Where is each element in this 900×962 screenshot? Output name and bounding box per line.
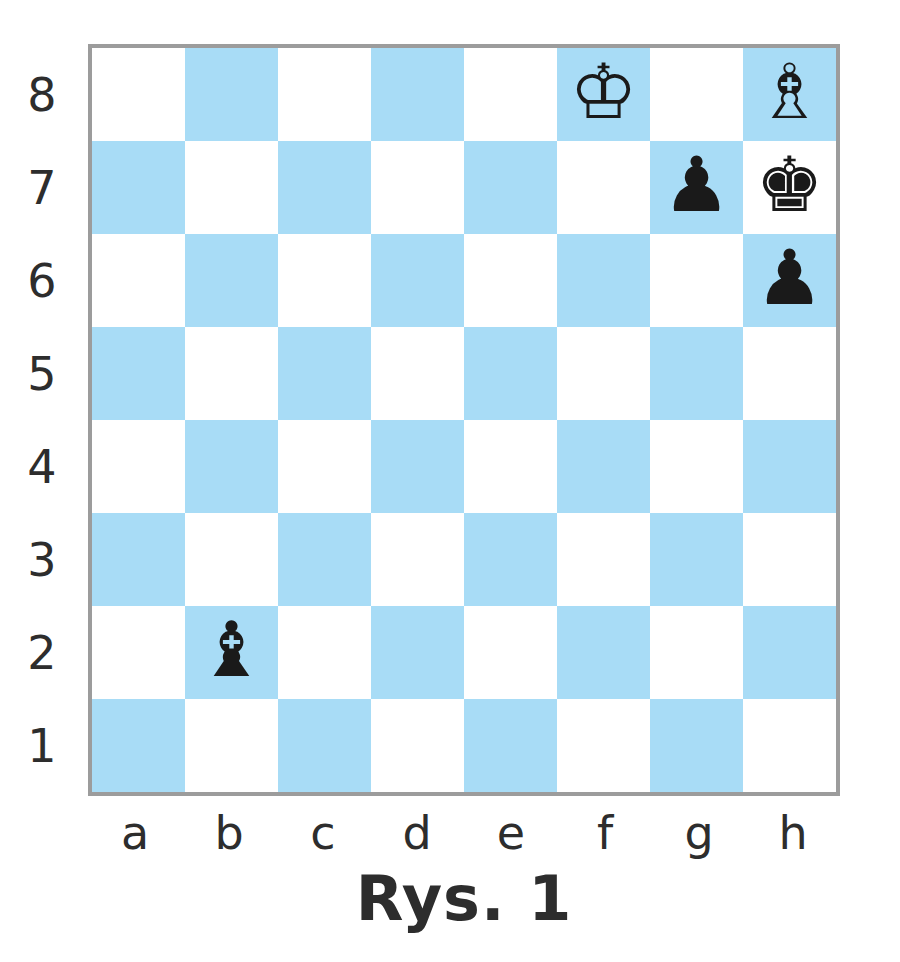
square-b5[interactable]: [185, 327, 278, 420]
square-b1[interactable]: [185, 699, 278, 792]
square-c2[interactable]: [278, 606, 371, 699]
square-c1[interactable]: [278, 699, 371, 792]
square-d4[interactable]: [371, 420, 464, 513]
square-f1[interactable]: [557, 699, 650, 792]
square-g1[interactable]: [650, 699, 743, 792]
chess-board: ♔♗♟♚♟♝: [88, 44, 840, 796]
square-e4[interactable]: [464, 420, 557, 513]
square-f8[interactable]: ♔: [557, 48, 650, 141]
square-a2[interactable]: [92, 606, 185, 699]
square-b3[interactable]: [185, 513, 278, 606]
square-a4[interactable]: [92, 420, 185, 513]
square-b8[interactable]: [185, 48, 278, 141]
square-h8[interactable]: ♗: [743, 48, 836, 141]
rank-label-2: 2: [4, 606, 80, 699]
square-e2[interactable]: [464, 606, 557, 699]
square-c7[interactable]: [278, 141, 371, 234]
square-e5[interactable]: [464, 327, 557, 420]
black-pawn-piece-g7: ♟: [662, 147, 730, 223]
square-g7[interactable]: ♟: [650, 141, 743, 234]
square-e6[interactable]: [464, 234, 557, 327]
square-f4[interactable]: [557, 420, 650, 513]
rank-label-4: 4: [4, 420, 80, 513]
square-b6[interactable]: [185, 234, 278, 327]
square-h1[interactable]: [743, 699, 836, 792]
square-d7[interactable]: [371, 141, 464, 234]
square-c3[interactable]: [278, 513, 371, 606]
figure-caption: Rys. 1: [88, 862, 840, 935]
rank-label-1: 1: [4, 699, 80, 792]
rank-label-8: 8: [4, 48, 80, 141]
square-f7[interactable]: [557, 141, 650, 234]
square-f3[interactable]: [557, 513, 650, 606]
square-e7[interactable]: [464, 141, 557, 234]
square-g3[interactable]: [650, 513, 743, 606]
file-label-g: g: [652, 802, 746, 864]
rank-label-5: 5: [4, 327, 80, 420]
file-labels: abcdefgh: [88, 802, 840, 864]
square-b7[interactable]: [185, 141, 278, 234]
rank-label-6: 6: [4, 234, 80, 327]
square-f5[interactable]: [557, 327, 650, 420]
square-d6[interactable]: [371, 234, 464, 327]
square-d3[interactable]: [371, 513, 464, 606]
square-g4[interactable]: [650, 420, 743, 513]
square-d8[interactable]: [371, 48, 464, 141]
square-e8[interactable]: [464, 48, 557, 141]
file-label-e: e: [464, 802, 558, 864]
file-label-f: f: [558, 802, 652, 864]
square-h4[interactable]: [743, 420, 836, 513]
chess-diagram: 87654321 ♔♗♟♚♟♝ abcdefgh Rys. 1: [0, 0, 900, 962]
file-label-d: d: [370, 802, 464, 864]
rank-labels: 87654321: [4, 48, 80, 792]
square-h5[interactable]: [743, 327, 836, 420]
file-label-c: c: [276, 802, 370, 864]
black-pawn-piece-h6: ♟: [755, 240, 823, 316]
rank-label-7: 7: [4, 141, 80, 234]
square-h3[interactable]: [743, 513, 836, 606]
square-g8[interactable]: [650, 48, 743, 141]
square-c4[interactable]: [278, 420, 371, 513]
square-e3[interactable]: [464, 513, 557, 606]
square-b4[interactable]: [185, 420, 278, 513]
square-d5[interactable]: [371, 327, 464, 420]
square-h2[interactable]: [743, 606, 836, 699]
square-f2[interactable]: [557, 606, 650, 699]
white-bishop-piece-h8: ♗: [755, 54, 823, 130]
square-a8[interactable]: [92, 48, 185, 141]
square-f6[interactable]: [557, 234, 650, 327]
square-d1[interactable]: [371, 699, 464, 792]
square-a5[interactable]: [92, 327, 185, 420]
square-a1[interactable]: [92, 699, 185, 792]
square-b2[interactable]: ♝: [185, 606, 278, 699]
square-g6[interactable]: [650, 234, 743, 327]
square-a7[interactable]: [92, 141, 185, 234]
square-c8[interactable]: [278, 48, 371, 141]
square-g5[interactable]: [650, 327, 743, 420]
file-label-a: a: [88, 802, 182, 864]
file-label-h: h: [746, 802, 840, 864]
black-king-piece-h7: ♚: [755, 147, 823, 223]
square-a6[interactable]: [92, 234, 185, 327]
square-h7[interactable]: ♚: [743, 141, 836, 234]
square-e1[interactable]: [464, 699, 557, 792]
square-g2[interactable]: [650, 606, 743, 699]
square-c5[interactable]: [278, 327, 371, 420]
file-label-b: b: [182, 802, 276, 864]
black-bishop-piece-b2: ♝: [197, 612, 265, 688]
square-d2[interactable]: [371, 606, 464, 699]
square-c6[interactable]: [278, 234, 371, 327]
square-h6[interactable]: ♟: [743, 234, 836, 327]
rank-label-3: 3: [4, 513, 80, 606]
square-a3[interactable]: [92, 513, 185, 606]
white-king-piece-f8: ♔: [569, 54, 637, 130]
